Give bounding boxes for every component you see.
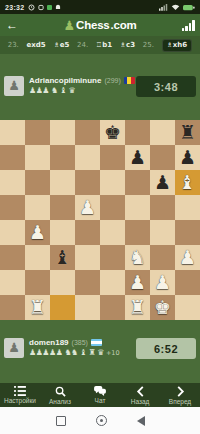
opponent-username: Adriancopilminune <box>29 76 101 85</box>
square-g5[interactable] <box>150 195 175 220</box>
square-f7[interactable]: ♟ <box>125 145 150 170</box>
square-g3[interactable] <box>150 245 175 270</box>
square-b1[interactable]: ♜ <box>25 295 50 320</box>
square-c6[interactable] <box>50 170 75 195</box>
square-a8[interactable] <box>0 120 25 145</box>
square-h7[interactable]: ♟ <box>175 145 200 170</box>
square-b5[interactable] <box>25 195 50 220</box>
square-d6[interactable] <box>75 170 100 195</box>
move-black-24[interactable]: ♗c3 <box>120 41 135 49</box>
black-piece-c3: ♝ <box>50 245 75 270</box>
white-piece-f1: ♜ <box>125 295 150 320</box>
square-b2[interactable] <box>25 270 50 295</box>
white-piece-g1: ♚ <box>150 295 175 320</box>
square-e3[interactable] <box>100 245 125 270</box>
square-e7[interactable] <box>100 145 125 170</box>
square-d4[interactable] <box>75 220 100 245</box>
square-a5[interactable] <box>0 195 25 220</box>
user-avatar[interactable]: ♟ <box>4 338 24 358</box>
move-number: 25. <box>143 41 154 49</box>
square-d7[interactable] <box>75 145 100 170</box>
square-f5[interactable] <box>125 195 150 220</box>
square-g8[interactable] <box>150 120 175 145</box>
move-list: 23. exd5 ♗e5 24. ♖b1 ♗c3 25. ♗xh6 <box>0 36 200 54</box>
user-captured-pieces: ♟♟♟♟♟ ♞♞ ♝ ♜ ♛+10 <box>29 348 120 358</box>
back-arrow-button[interactable]: ← <box>0 18 24 32</box>
android-nav-bar <box>0 407 200 434</box>
chess-app-screen: 23:32 ← ♟ Chess.com 23. exd5 ♗e5 24. ♖b1… <box>0 0 200 434</box>
chat-button[interactable]: Чат <box>80 383 120 407</box>
opponent-clock: 3:48 <box>136 76 196 97</box>
chesscom-pawn-icon: ♟ <box>63 19 75 32</box>
square-f6[interactable] <box>125 170 150 195</box>
android-status-bar: 23:32 <box>0 0 200 14</box>
user-clock: 6:52 <box>136 338 196 359</box>
opponent-rating: (299) <box>104 77 120 84</box>
material-advantage: +10 <box>106 349 120 357</box>
square-g1[interactable]: ♚ <box>150 295 175 320</box>
white-piece-d5: ♟ <box>75 195 100 220</box>
settings-button[interactable]: Настройки <box>0 383 40 407</box>
square-h1[interactable] <box>175 295 200 320</box>
game-toolbar: Настройки Анализ Чат Назад Вперед <box>0 383 200 407</box>
home-circle-icon[interactable] <box>96 415 107 426</box>
square-g6[interactable]: ♟ <box>150 170 175 195</box>
clock-time: 23:32 <box>5 4 24 11</box>
square-a3[interactable] <box>0 245 25 270</box>
square-d8[interactable] <box>75 120 100 145</box>
user-player-bar: ♟ domen189 (385) ♟♟♟♟♟ ♞♞ ♝ ♜ ♛+10 6:52 <box>0 338 200 364</box>
square-g2[interactable]: ♟ <box>150 270 175 295</box>
square-d3[interactable] <box>75 245 100 270</box>
connection-strength-icon <box>176 19 200 31</box>
square-h6[interactable]: ♝ <box>175 170 200 195</box>
square-f1[interactable]: ♜ <box>125 295 150 320</box>
square-b6[interactable] <box>25 170 50 195</box>
square-c3[interactable]: ♝ <box>50 245 75 270</box>
recents-square-icon[interactable] <box>56 416 66 426</box>
opponent-player-bar: ♟ Adriancopilminune (299) ♟♟♟ ♞ ♝ ♛ 3:48 <box>0 76 200 102</box>
move-number: 23. <box>8 41 19 49</box>
square-f4[interactable] <box>125 220 150 245</box>
square-c5[interactable] <box>50 195 75 220</box>
square-e2[interactable] <box>100 270 125 295</box>
white-piece-b4: ♟ <box>25 220 50 245</box>
battery-icon <box>183 4 195 11</box>
app-notification-icon <box>47 5 52 10</box>
square-f2[interactable]: ♟ <box>125 270 150 295</box>
magnifier-icon <box>55 386 66 397</box>
white-piece-g2: ♟ <box>150 270 175 295</box>
square-h8[interactable]: ♜ <box>175 120 200 145</box>
alarm-icon <box>28 4 35 11</box>
smartwatch-icon <box>38 4 44 11</box>
square-c1[interactable] <box>50 295 75 320</box>
square-e8[interactable]: ♚ <box>100 120 125 145</box>
black-piece-h8: ♜ <box>175 120 200 145</box>
app-header: ← ♟ Chess.com <box>0 14 200 36</box>
square-h3[interactable]: ♟ <box>175 245 200 270</box>
white-piece-f2: ♟ <box>125 270 150 295</box>
move-back-button[interactable]: Назад <box>120 383 160 407</box>
square-a2[interactable] <box>0 270 25 295</box>
wifi-icon <box>171 3 180 11</box>
move-black-23[interactable]: ♗e5 <box>53 41 69 49</box>
square-e6[interactable] <box>100 170 125 195</box>
white-piece-f3: ♞ <box>125 245 150 270</box>
analysis-button[interactable]: Анализ <box>40 383 80 407</box>
black-piece-f7: ♟ <box>125 145 150 170</box>
move-white-24[interactable]: ♖b1 <box>96 41 112 49</box>
square-h2[interactable] <box>175 270 200 295</box>
user-rating: (385) <box>72 339 88 346</box>
avatar-pawn-icon: ♟ <box>8 76 20 96</box>
settings-list-icon <box>14 386 26 396</box>
square-b4[interactable]: ♟ <box>25 220 50 245</box>
square-a4[interactable] <box>0 220 25 245</box>
square-h5[interactable] <box>175 195 200 220</box>
white-piece-h6: ♝ <box>175 170 200 195</box>
square-b3[interactable] <box>25 245 50 270</box>
square-a1[interactable] <box>0 295 25 320</box>
square-c8[interactable] <box>50 120 75 145</box>
signal-icon <box>159 3 168 11</box>
opponent-avatar[interactable]: ♟ <box>4 76 24 96</box>
square-a6[interactable] <box>0 170 25 195</box>
black-piece-g6: ♟ <box>150 170 175 195</box>
square-g4[interactable] <box>150 220 175 245</box>
square-c7[interactable] <box>50 145 75 170</box>
square-b8[interactable] <box>25 120 50 145</box>
chevron-right-icon <box>176 386 185 397</box>
square-d5[interactable]: ♟ <box>75 195 100 220</box>
white-piece-b1: ♜ <box>25 295 50 320</box>
square-e1[interactable] <box>100 295 125 320</box>
square-f3[interactable]: ♞ <box>125 245 150 270</box>
notification-icon <box>55 4 61 11</box>
blue-flag-icon <box>91 339 102 346</box>
move-white-23[interactable]: exd5 <box>27 41 46 49</box>
white-piece-h3: ♟ <box>175 245 200 270</box>
romania-flag-icon <box>124 77 135 84</box>
square-e5[interactable] <box>100 195 125 220</box>
current-move-badge[interactable]: ♗xh6 <box>162 39 193 52</box>
back-triangle-icon[interactable] <box>137 416 145 426</box>
black-piece-h7: ♟ <box>175 145 200 170</box>
square-c4[interactable] <box>50 220 75 245</box>
square-d1[interactable] <box>75 295 100 320</box>
square-a7[interactable] <box>0 145 25 170</box>
square-d2[interactable] <box>75 270 100 295</box>
move-forward-button[interactable]: Вперед <box>160 383 200 407</box>
chat-bubbles-icon <box>94 386 106 396</box>
chess-board: ♚♜♟♟♟♝♟♟♝♞♟♟♟♜♜♚ <box>0 120 200 320</box>
move-number: 24. <box>77 41 88 49</box>
black-piece-e8: ♚ <box>100 120 125 145</box>
chesscom-logo: ♟ Chess.com <box>24 19 176 32</box>
opponent-captured-pieces: ♟♟♟ ♞ ♝ ♛ <box>29 86 135 95</box>
square-f8[interactable] <box>125 120 150 145</box>
square-e4[interactable] <box>100 220 125 245</box>
square-g7[interactable] <box>150 145 175 170</box>
square-b7[interactable] <box>25 145 50 170</box>
chevron-left-icon <box>136 386 145 397</box>
square-c2[interactable] <box>50 270 75 295</box>
square-h4[interactable] <box>175 220 200 245</box>
user-username: domen189 <box>29 338 69 347</box>
avatar-pawn-icon: ♟ <box>8 338 20 358</box>
